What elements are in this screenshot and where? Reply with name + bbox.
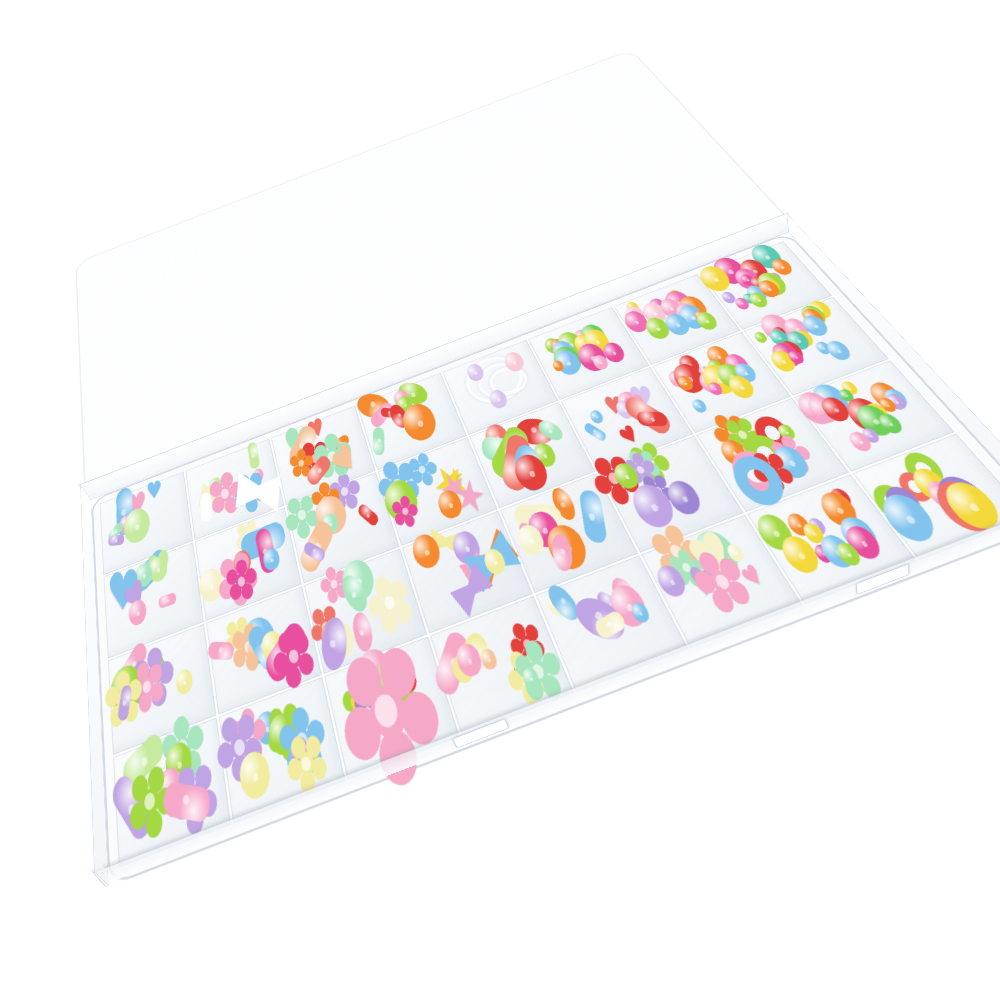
round-bead	[113, 664, 142, 713]
round-bead	[861, 401, 894, 427]
round-bead	[570, 332, 599, 358]
flower-bead	[361, 701, 377, 725]
flower-bead	[380, 591, 400, 615]
flower-bead	[293, 505, 311, 528]
tube-bead	[297, 517, 337, 578]
round-bead	[510, 450, 553, 495]
flower-bead	[323, 445, 342, 468]
round-bead	[827, 486, 856, 510]
heart-bead: ♥	[686, 563, 723, 605]
tube-bead	[517, 520, 542, 550]
round-bead	[312, 491, 350, 538]
tube-bead	[239, 519, 288, 563]
organizer-box: ♥♥♥♥♥♥♥♥★★★★♥♥♥♥♥♥♥	[91, 232, 1000, 886]
ring-bead	[724, 450, 795, 512]
tube-bead	[583, 421, 607, 443]
round-bead	[548, 337, 570, 357]
flower-bead	[415, 461, 430, 478]
flower-bead	[364, 677, 414, 747]
round-bead	[768, 443, 814, 482]
round-bead	[642, 315, 673, 341]
flower-bead	[144, 663, 162, 692]
round-bead	[122, 504, 150, 547]
round-bead	[697, 365, 713, 379]
round-bead	[716, 437, 751, 468]
round-bead	[836, 387, 857, 403]
flower-bead	[707, 566, 735, 598]
round-bead	[845, 429, 874, 453]
round-bead	[600, 340, 628, 365]
round-bead	[266, 710, 298, 758]
round-bead	[109, 661, 142, 718]
round-bead	[646, 297, 668, 315]
flower-bead	[391, 474, 407, 494]
bow-bead	[467, 528, 519, 590]
ring-bead	[897, 448, 952, 492]
round-bead	[785, 348, 807, 365]
flower-bead	[229, 731, 249, 762]
round-bead	[690, 398, 709, 414]
round-bead	[657, 296, 686, 320]
flower-bead	[240, 723, 257, 750]
round-bead	[799, 521, 828, 547]
round-bead	[260, 627, 286, 664]
oval-bead	[606, 573, 648, 624]
tube-bead	[579, 489, 609, 543]
tube-bead	[287, 423, 319, 469]
bow-bead	[450, 562, 494, 618]
heart-bead: ♥	[282, 421, 317, 469]
round-bead	[675, 374, 696, 392]
round-bead	[155, 764, 185, 816]
round-bead	[254, 708, 280, 747]
tube-bead	[512, 503, 564, 530]
round-bead	[590, 353, 611, 372]
tube-bead	[357, 502, 380, 528]
flower-bead	[230, 569, 246, 589]
heart-bead: ♥	[619, 390, 655, 423]
round-bead	[622, 304, 649, 327]
round-bead	[823, 339, 855, 363]
round-bead	[873, 489, 944, 548]
round-bead	[687, 526, 747, 583]
round-bead	[724, 373, 759, 402]
round-bead	[798, 313, 832, 339]
round-bead	[119, 513, 134, 536]
round-bead	[289, 734, 313, 769]
round-bead	[705, 381, 724, 397]
star-bead: ★	[433, 464, 475, 513]
round-bead	[530, 441, 559, 470]
round-bead	[860, 426, 883, 444]
flower-bead	[642, 453, 657, 473]
tube-bead	[245, 622, 280, 675]
flower-bead	[517, 661, 539, 689]
round-bead	[674, 293, 712, 324]
round-bead	[865, 379, 909, 413]
flower-bead	[174, 735, 192, 762]
heart-bead: ♥	[625, 383, 659, 413]
round-bead	[666, 368, 691, 390]
flower-bead	[338, 484, 351, 501]
round-bead	[956, 487, 991, 515]
round-bead	[521, 666, 542, 691]
round-bead	[721, 351, 754, 378]
round-bead	[513, 522, 547, 559]
oval-bead	[537, 417, 565, 444]
ring-bead	[879, 483, 930, 525]
tube-bead	[488, 422, 532, 483]
round-bead	[548, 343, 586, 378]
round-bead	[435, 487, 466, 521]
flower-bead	[115, 684, 133, 713]
round-bead	[262, 546, 283, 574]
round-bead	[773, 338, 807, 365]
tube-bead	[116, 486, 134, 538]
round-bead	[741, 292, 758, 305]
heart-bead: ♥	[327, 438, 365, 483]
round-bead	[675, 352, 704, 376]
tube-bead	[330, 433, 351, 452]
round-bead	[776, 532, 827, 578]
round-bead	[834, 513, 885, 557]
flower-bead	[782, 445, 802, 465]
product-photo: ♥♥♥♥♥♥♥♥★★★★♥♥♥♥♥♥♥	[0, 0, 1000, 1000]
tube-bead	[373, 427, 384, 456]
round-bead	[523, 507, 564, 551]
oval-bead	[551, 533, 575, 573]
tube-bead	[262, 618, 310, 687]
oval-bead	[350, 610, 375, 652]
round-bead	[695, 369, 727, 396]
round-bead	[164, 738, 193, 787]
bow-bead	[463, 530, 521, 593]
round-bead	[571, 327, 598, 352]
flower-bead	[528, 655, 550, 687]
round-bead	[237, 747, 272, 803]
round-bead	[852, 530, 876, 550]
round-bead	[833, 540, 865, 568]
oval-bead	[511, 445, 547, 492]
round-bead	[324, 618, 357, 662]
round-bead	[774, 422, 797, 441]
round-bead	[840, 522, 886, 562]
flower-bead	[734, 427, 754, 445]
ring-bead	[748, 412, 797, 453]
round-bead	[660, 288, 698, 319]
round-bead	[748, 275, 772, 293]
flower-bead	[666, 539, 687, 567]
tube-bead	[592, 610, 627, 642]
round-bead	[731, 361, 760, 385]
round-bead	[252, 467, 265, 483]
round-bead	[755, 278, 784, 300]
heart-bead: ♥	[601, 394, 628, 418]
round-bead	[554, 329, 589, 360]
flower-bead	[283, 643, 304, 673]
round-bead	[588, 409, 606, 426]
round-bead	[762, 277, 783, 293]
heart-bead: ♥	[737, 560, 769, 594]
round-bead	[551, 359, 566, 373]
round-bead	[148, 554, 168, 585]
round-bead	[693, 310, 722, 333]
round-bead	[468, 566, 486, 587]
round-bead	[767, 340, 806, 371]
tube-bead	[304, 452, 332, 487]
round-bead	[661, 477, 706, 519]
round-bead	[840, 394, 894, 437]
round-bead	[730, 266, 766, 293]
round-bead	[799, 307, 828, 329]
round-bead	[318, 498, 340, 525]
flower-bead	[244, 483, 257, 500]
flower-bead	[139, 783, 162, 821]
round-bead	[128, 508, 150, 541]
round-bead	[448, 528, 483, 568]
round-bead	[850, 401, 900, 441]
round-bead	[814, 340, 834, 355]
oval-bead	[319, 615, 348, 674]
flower-bead	[723, 422, 742, 442]
round-bead	[240, 612, 280, 669]
flower-bead	[763, 463, 783, 479]
ring-bead	[738, 431, 795, 481]
round-bead	[398, 400, 440, 445]
tube-bead	[368, 399, 395, 429]
oval-bead	[515, 419, 556, 445]
oval-bead	[544, 579, 583, 626]
round-bead	[613, 398, 637, 420]
round-bead	[692, 308, 710, 323]
round-bead	[672, 301, 704, 327]
round-bead	[720, 290, 739, 305]
flower-bead	[319, 491, 333, 509]
round-bead	[780, 316, 814, 342]
bow-bead	[198, 482, 231, 511]
round-bead	[672, 313, 688, 326]
tube-bead	[481, 435, 529, 466]
heart-bead: ♥	[119, 572, 152, 620]
round-bead	[766, 327, 793, 348]
tube-bead	[596, 589, 625, 617]
round-bead	[751, 510, 801, 555]
round-bead	[625, 300, 642, 314]
flower-bead	[240, 637, 255, 658]
round-bead	[790, 328, 817, 349]
round-bead	[883, 391, 909, 411]
tube-bead	[510, 652, 545, 697]
round-bead	[838, 379, 859, 396]
flower-bead	[307, 449, 324, 469]
heart-bead: ♥	[126, 486, 148, 523]
round-bead	[814, 488, 863, 530]
round-bead	[628, 600, 652, 625]
round-bead	[734, 256, 774, 286]
round-bead	[246, 631, 268, 663]
round-bead	[626, 459, 649, 480]
round-bead	[232, 548, 253, 577]
star-bead: ★	[454, 473, 488, 521]
tube-bead	[500, 431, 531, 494]
round-bead	[453, 640, 486, 680]
round-bead	[783, 510, 814, 538]
round-bead	[767, 271, 783, 283]
flower-bead	[276, 715, 296, 746]
round-bead	[713, 361, 751, 393]
round-bead	[661, 311, 693, 337]
oval-bead	[397, 380, 428, 407]
bow-bead	[235, 473, 281, 512]
ring-bead	[892, 469, 937, 505]
flower-bead	[296, 458, 307, 471]
tube-bead	[118, 684, 134, 720]
round-bead	[372, 650, 421, 715]
round-bead	[876, 396, 898, 413]
round-bead	[924, 479, 957, 505]
round-bead	[638, 300, 669, 326]
round-bead	[317, 615, 352, 662]
round-bead	[541, 520, 593, 575]
round-bead	[936, 477, 1000, 535]
round-bead	[703, 343, 734, 369]
round-bead	[791, 388, 842, 429]
tube-bead	[247, 441, 261, 470]
ring-bead	[866, 481, 918, 524]
round-bead	[668, 361, 710, 397]
round-bead	[771, 325, 790, 339]
round-bead	[577, 321, 611, 351]
round-bead	[478, 647, 499, 672]
round-bead	[880, 387, 912, 411]
round-bead	[752, 330, 770, 344]
round-bead	[805, 516, 828, 537]
round-bead	[128, 596, 148, 628]
ring-bead	[724, 445, 787, 501]
tube-bead	[107, 534, 124, 546]
oval-bead	[356, 392, 390, 420]
flower-bead	[361, 691, 381, 719]
round-bead	[208, 476, 223, 496]
round-bead	[135, 560, 154, 589]
round-bead	[394, 394, 415, 417]
photo-stage: ♥♥♥♥♥♥♥♥★★★★♥♥♥♥♥♥♥	[0, 0, 1000, 1000]
round-bead	[783, 329, 813, 352]
star-bead: ★	[444, 464, 468, 491]
flower-bead	[399, 505, 409, 518]
oval-bead	[386, 402, 411, 432]
round-bead	[580, 327, 613, 356]
flower-bead	[293, 727, 313, 758]
round-bead	[705, 358, 725, 375]
heart-bead: ♥	[679, 522, 750, 594]
round-bead	[924, 482, 960, 511]
round-bead	[613, 389, 644, 417]
round-bead	[667, 288, 685, 302]
tube-bead	[108, 770, 156, 848]
round-bead	[818, 490, 862, 527]
flower-bead	[633, 461, 649, 478]
flower-bead	[232, 627, 245, 646]
round-bead	[907, 465, 955, 504]
ring-bead	[899, 498, 930, 524]
round-bead	[674, 302, 711, 332]
tube-bead	[636, 412, 669, 426]
round-bead	[354, 644, 396, 699]
heart-bead: ♥	[304, 414, 328, 444]
flower-bead	[234, 570, 250, 592]
round-bead	[610, 460, 642, 490]
star-bead: ★	[424, 453, 477, 515]
round-bead	[697, 360, 742, 398]
round-bead	[702, 374, 719, 388]
heart-bead: ♥	[146, 478, 163, 505]
oval-bead	[338, 570, 372, 617]
oval-bead	[552, 532, 570, 556]
tube-bead	[302, 540, 326, 563]
round-bead	[817, 395, 855, 426]
round-bead	[174, 666, 193, 697]
round-bead	[481, 546, 508, 577]
flower-bead	[242, 528, 255, 546]
flower-bead	[319, 617, 333, 636]
round-bead	[548, 338, 579, 366]
round-bead	[752, 269, 791, 298]
compartment-r4c7	[747, 473, 921, 606]
oval-bead	[576, 592, 625, 647]
round-bead	[874, 411, 906, 436]
tube-bead	[200, 492, 212, 524]
tube-bead	[146, 646, 172, 687]
round-bead	[392, 388, 413, 410]
flower-bead	[636, 457, 651, 475]
round-bead	[774, 346, 792, 360]
tube-bead	[432, 627, 472, 701]
tube-bead	[381, 408, 399, 419]
flower-bead	[352, 692, 373, 722]
flower-bead	[519, 632, 534, 654]
flower-bead	[680, 559, 694, 578]
round-bead	[625, 480, 680, 533]
oval-bead	[547, 485, 580, 524]
flower-bead	[185, 781, 206, 814]
flower-bead	[217, 483, 235, 505]
flower-bead	[299, 751, 315, 774]
round-bead	[543, 586, 573, 619]
round-bead	[320, 511, 340, 535]
flower-bead	[329, 577, 340, 592]
round-bead	[803, 393, 845, 426]
round-bead	[724, 542, 747, 564]
tube-bead	[158, 591, 177, 609]
tube-bead	[254, 526, 279, 576]
round-bead	[573, 340, 612, 375]
ring-bead	[928, 471, 1000, 530]
round-bead	[542, 336, 562, 355]
tube-bead	[107, 520, 124, 542]
round-bead	[395, 664, 419, 695]
round-bead	[743, 283, 770, 304]
round-bead	[751, 277, 768, 290]
heart-bead: ♥	[614, 421, 643, 450]
round-bead	[747, 291, 771, 309]
round-bead	[551, 347, 585, 378]
tube-bead	[622, 394, 673, 438]
round-bead	[811, 542, 837, 565]
tube-bead	[162, 781, 212, 824]
round-bead	[932, 489, 972, 521]
tube-bead	[208, 642, 235, 660]
